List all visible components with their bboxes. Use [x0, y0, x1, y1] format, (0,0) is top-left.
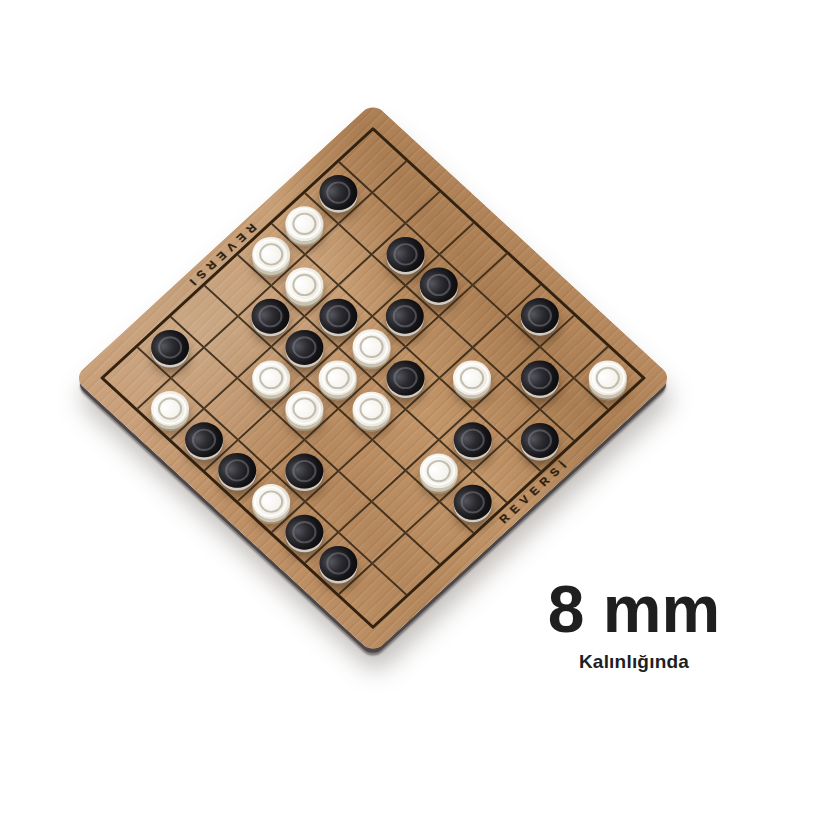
caption: 8 mm Kalınlığında [538, 576, 730, 673]
product-photo: REVERSI REVERSİ 8 mm Kalınlığında [0, 0, 820, 820]
thickness-value: 8 mm [538, 576, 730, 642]
board-grid [104, 131, 641, 625]
board-inner-frame [100, 127, 646, 629]
thickness-label: Kalınlığında [538, 651, 730, 673]
